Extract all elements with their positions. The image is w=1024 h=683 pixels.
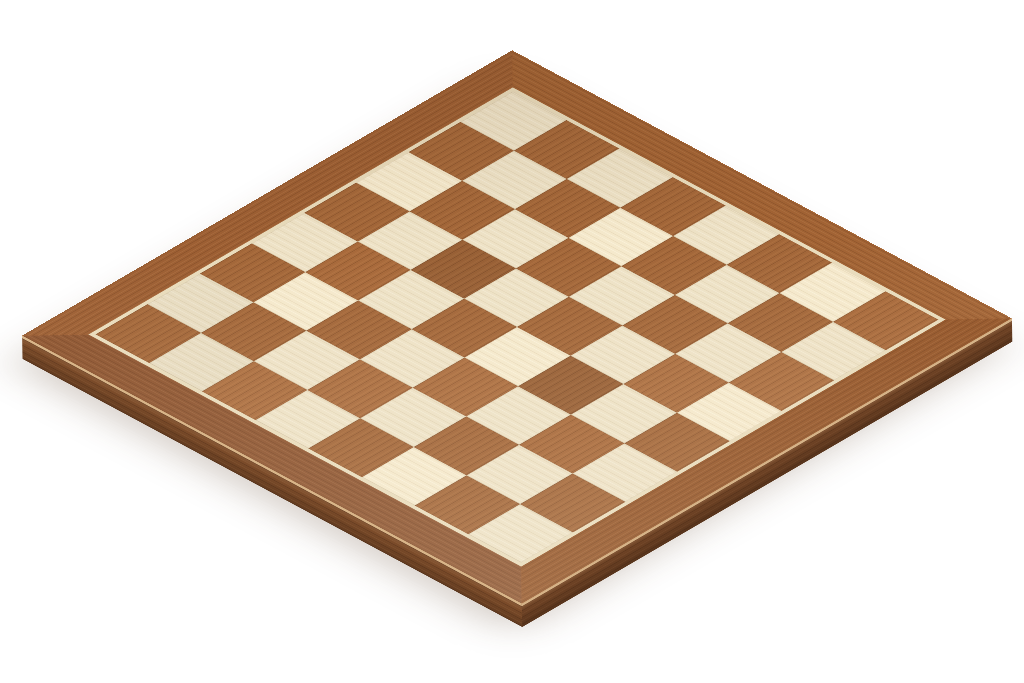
square-g5[interactable] xyxy=(623,353,728,412)
board-squares-grid xyxy=(89,87,946,566)
square-c2[interactable] xyxy=(254,330,359,389)
square-g2[interactable] xyxy=(467,444,572,503)
square-g3[interactable] xyxy=(519,414,624,473)
square-h3[interactable] xyxy=(572,442,677,501)
square-f5[interactable] xyxy=(570,325,675,384)
square-e1[interactable] xyxy=(308,418,413,477)
square-g4[interactable] xyxy=(571,384,676,443)
square-f4[interactable] xyxy=(518,355,623,414)
photo-white-background xyxy=(0,0,1024,683)
square-e2[interactable] xyxy=(361,387,466,446)
board-frame-right xyxy=(485,298,1012,603)
square-b1[interactable] xyxy=(149,332,254,391)
square-f1[interactable] xyxy=(362,446,467,505)
square-c1[interactable] xyxy=(202,361,307,420)
square-g6[interactable] xyxy=(676,323,781,382)
square-d1[interactable] xyxy=(255,389,360,448)
board-frame-bottom xyxy=(22,314,558,603)
square-f3[interactable] xyxy=(466,385,571,444)
board-top-surface xyxy=(22,50,1012,603)
square-h2[interactable] xyxy=(520,473,625,532)
square-d2[interactable] xyxy=(307,359,412,418)
square-h6[interactable] xyxy=(729,351,834,410)
square-d3[interactable] xyxy=(359,328,464,387)
chessboard xyxy=(22,50,1012,603)
square-h5[interactable] xyxy=(677,382,782,441)
square-e3[interactable] xyxy=(413,357,518,416)
square-f2[interactable] xyxy=(414,416,519,475)
square-h7[interactable] xyxy=(781,321,886,380)
square-h1[interactable] xyxy=(468,503,573,562)
square-h4[interactable] xyxy=(624,412,729,471)
square-g1[interactable] xyxy=(415,475,520,534)
square-e4[interactable] xyxy=(465,327,570,386)
